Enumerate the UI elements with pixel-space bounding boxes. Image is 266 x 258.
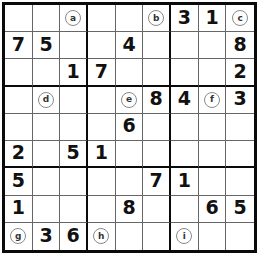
sudoku-grid: ab31c7548172de84f362515711865g36hi	[2, 2, 257, 253]
cell-r5c3[interactable]	[60, 114, 88, 141]
cell-r3c9[interactable]: 2	[226, 59, 254, 86]
given-digit: 1	[67, 62, 80, 81]
cell-r7c1[interactable]: 5	[5, 168, 33, 195]
given-digit: 6	[205, 198, 218, 217]
given-digit: 1	[95, 143, 108, 162]
cell-r9c8[interactable]	[199, 223, 227, 250]
cell-r3c4[interactable]: 7	[88, 59, 116, 86]
cell-r1c8[interactable]: 1	[199, 5, 227, 32]
circled-letter-e: e	[121, 92, 137, 108]
cell-r2c8[interactable]	[199, 32, 227, 59]
cell-r2c3[interactable]	[60, 32, 88, 59]
cell-r5c5[interactable]: 6	[116, 114, 144, 141]
cell-r3c8[interactable]	[199, 59, 227, 86]
cell-r2c4[interactable]	[88, 32, 116, 59]
given-digit: 8	[122, 198, 135, 217]
cell-r8c5[interactable]: 8	[116, 196, 144, 223]
cell-r9c4[interactable]: h	[88, 223, 116, 250]
cell-r6c4[interactable]: 1	[88, 141, 116, 168]
cell-r7c7[interactable]: 1	[171, 168, 199, 195]
cell-r6c1[interactable]: 2	[5, 141, 33, 168]
given-digit: 5	[67, 143, 80, 162]
cell-r1c3[interactable]: a	[60, 5, 88, 32]
given-digit: 4	[178, 89, 191, 108]
circled-letter-c: c	[232, 10, 248, 26]
cell-r7c4[interactable]	[88, 168, 116, 195]
cell-r6c2[interactable]	[33, 141, 61, 168]
cell-r7c2[interactable]	[33, 168, 61, 195]
cell-r4c5[interactable]: e	[116, 87, 144, 114]
cell-r8c8[interactable]: 6	[199, 196, 227, 223]
cell-r7c9[interactable]	[226, 168, 254, 195]
given-digit: 7	[150, 171, 163, 190]
cell-r1c1[interactable]	[5, 5, 33, 32]
given-digit: 1	[205, 8, 218, 27]
cell-r1c2[interactable]	[33, 5, 61, 32]
sudoku-board: ab31c7548172de84f362515711865g36hi	[2, 2, 257, 253]
cell-r3c6[interactable]	[143, 59, 171, 86]
cell-r9c7[interactable]: i	[171, 223, 199, 250]
circled-letter-b: b	[148, 10, 164, 26]
given-digit: 5	[12, 171, 25, 190]
cell-r4c9[interactable]: 3	[226, 87, 254, 114]
cell-r7c3[interactable]	[60, 168, 88, 195]
given-digit: 1	[12, 198, 25, 217]
given-digit: 3	[234, 89, 247, 108]
cell-r5c4[interactable]	[88, 114, 116, 141]
cell-r5c1[interactable]	[5, 114, 33, 141]
cell-r9c9[interactable]	[226, 223, 254, 250]
cell-r4c3[interactable]	[60, 87, 88, 114]
cell-r7c5[interactable]	[116, 168, 144, 195]
given-digit: 3	[39, 226, 52, 245]
cell-r3c3[interactable]: 1	[60, 59, 88, 86]
circled-letter-d: d	[38, 92, 54, 108]
cell-r5c7[interactable]	[171, 114, 199, 141]
cell-r3c5[interactable]	[116, 59, 144, 86]
cell-r8c3[interactable]	[60, 196, 88, 223]
cell-r2c6[interactable]	[143, 32, 171, 59]
cell-r8c9[interactable]: 5	[226, 196, 254, 223]
cell-r9c5[interactable]	[116, 223, 144, 250]
cell-r1c7[interactable]: 3	[171, 5, 199, 32]
cell-r9c6[interactable]	[143, 223, 171, 250]
cell-r7c6[interactable]: 7	[143, 168, 171, 195]
cell-r4c8[interactable]: f	[199, 87, 227, 114]
cell-r2c9[interactable]: 8	[226, 32, 254, 59]
cell-r4c7[interactable]: 4	[171, 87, 199, 114]
circled-letter-a: a	[65, 10, 81, 26]
cell-r1c4[interactable]	[88, 5, 116, 32]
given-digit: 8	[234, 35, 247, 54]
given-digit: 5	[234, 198, 247, 217]
cell-r9c3[interactable]: 6	[60, 223, 88, 250]
cell-r8c7[interactable]	[171, 196, 199, 223]
circled-letter-h: h	[93, 228, 109, 244]
cell-r6c5[interactable]	[116, 141, 144, 168]
cell-r6c9[interactable]	[226, 141, 254, 168]
cell-r5c2[interactable]	[33, 114, 61, 141]
cell-r8c2[interactable]	[33, 196, 61, 223]
cell-r6c7[interactable]	[171, 141, 199, 168]
given-digit: 7	[12, 35, 25, 54]
cell-r4c1[interactable]	[5, 87, 33, 114]
given-digit: 6	[122, 116, 135, 135]
cell-r3c7[interactable]	[171, 59, 199, 86]
cell-r2c2[interactable]: 5	[33, 32, 61, 59]
cell-r4c2[interactable]: d	[33, 87, 61, 114]
circled-letter-f: f	[204, 92, 220, 108]
given-digit: 1	[178, 171, 191, 190]
given-digit: 7	[95, 62, 108, 81]
given-digit: 8	[150, 89, 163, 108]
cell-r5c8[interactable]	[199, 114, 227, 141]
cell-r8c4[interactable]	[88, 196, 116, 223]
cell-r5c9[interactable]	[226, 114, 254, 141]
cell-r5c6[interactable]	[143, 114, 171, 141]
cell-r1c9[interactable]: c	[226, 5, 254, 32]
cell-r1c6[interactable]: b	[143, 5, 171, 32]
cell-r3c2[interactable]	[33, 59, 61, 86]
cell-r6c3[interactable]: 5	[60, 141, 88, 168]
circled-letter-g: g	[10, 228, 26, 244]
cell-r2c1[interactable]: 7	[5, 32, 33, 59]
cell-r2c7[interactable]	[171, 32, 199, 59]
given-digit: 2	[234, 62, 247, 81]
cell-r3c1[interactable]	[5, 59, 33, 86]
given-digit: 2	[12, 143, 25, 162]
cell-r8c6[interactable]	[143, 196, 171, 223]
cell-r8c1[interactable]: 1	[5, 196, 33, 223]
cell-r4c4[interactable]	[88, 87, 116, 114]
cell-r4c6[interactable]: 8	[143, 87, 171, 114]
given-digit: 4	[122, 35, 135, 54]
cell-r9c1[interactable]: g	[5, 223, 33, 250]
cell-r7c8[interactable]	[199, 168, 227, 195]
given-digit: 5	[39, 35, 52, 54]
cell-r6c8[interactable]	[199, 141, 227, 168]
given-digit: 6	[67, 226, 80, 245]
circled-letter-i: i	[176, 228, 192, 244]
cell-r2c5[interactable]: 4	[116, 32, 144, 59]
given-digit: 3	[178, 8, 191, 27]
cell-r9c2[interactable]: 3	[33, 223, 61, 250]
cell-r1c5[interactable]	[116, 5, 144, 32]
cell-r6c6[interactable]	[143, 141, 171, 168]
